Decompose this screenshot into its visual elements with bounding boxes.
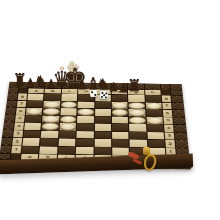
board-rim	[175, 132, 188, 139]
chess-pieces-row: ♛♜♟♞♟♛♚♟♝♞♟♟♜	[0, 0, 220, 110]
square-d4	[77, 123, 94, 130]
square-c3	[59, 131, 76, 138]
square-a2	[22, 138, 40, 146]
square-a1	[22, 146, 40, 154]
square-b3	[41, 130, 58, 137]
square-a5	[25, 115, 42, 122]
square-d2	[76, 139, 93, 147]
coord-rank-label: 1	[11, 146, 21, 154]
coord-rank-label: 3	[165, 132, 175, 139]
square-e5	[95, 116, 111, 123]
coord-rank-label: 3	[13, 130, 23, 137]
clasp-cord	[127, 151, 139, 160]
board-rim	[0, 154, 10, 160]
square-c5	[60, 116, 77, 123]
square-g4	[129, 124, 146, 131]
checker-piece	[146, 117, 163, 124]
coord-rank-label: 5	[163, 117, 173, 124]
square-e2	[94, 139, 111, 147]
coord-rank-label: 4	[164, 125, 174, 132]
square-a4	[24, 123, 41, 130]
square-f4	[112, 124, 129, 131]
die-pip	[101, 96, 103, 98]
board-rim	[173, 110, 186, 117]
square-d1	[76, 147, 93, 155]
square-c4	[59, 123, 76, 130]
die-pip	[94, 94, 96, 96]
board-rim	[0, 146, 11, 154]
board-rim	[1, 138, 12, 145]
clasp	[128, 146, 172, 178]
square-g6	[129, 109, 145, 116]
die-pip	[105, 96, 107, 98]
board-rim	[173, 117, 186, 124]
square-b1	[40, 146, 58, 154]
die-1	[90, 90, 98, 98]
checker-piece	[42, 123, 59, 130]
square-e3	[94, 131, 111, 138]
square-f5	[112, 116, 128, 123]
square-d5	[77, 116, 93, 123]
square-d3	[77, 131, 94, 138]
square-c2	[58, 138, 75, 146]
square-g3	[130, 132, 147, 139]
chess-piece-rook: ♜	[125, 78, 143, 94]
coord-rank-label: 4	[14, 122, 24, 129]
square-f6	[112, 109, 128, 116]
die-2	[100, 91, 109, 100]
square-f2	[112, 139, 129, 147]
square-f1	[112, 147, 129, 155]
checker-piece	[129, 109, 145, 116]
board-rim	[3, 122, 14, 129]
checker-piece	[112, 109, 128, 116]
square-f3	[112, 131, 129, 138]
square-e1	[94, 147, 111, 155]
square-g5	[129, 117, 146, 124]
square-b5	[42, 115, 59, 122]
coord-rank-label: 2	[12, 138, 22, 145]
board-rim	[175, 140, 188, 148]
square-h4	[147, 124, 164, 131]
board-rim	[174, 125, 187, 132]
board-rim	[2, 130, 13, 137]
clasp-hook-icon	[142, 153, 158, 172]
die-pip	[105, 92, 107, 94]
coord-rank-label: 6	[163, 110, 172, 117]
square-h5	[146, 117, 163, 124]
checker-piece	[60, 116, 77, 123]
square-b4	[42, 123, 59, 130]
square-c1	[58, 146, 75, 154]
square-b2	[40, 138, 57, 146]
square-e4	[94, 124, 111, 131]
die-pip	[91, 91, 93, 93]
square-h3	[147, 132, 164, 139]
square-h6	[146, 109, 163, 116]
checker-piece	[42, 115, 59, 122]
board-rim	[4, 115, 15, 122]
square-a3	[23, 130, 40, 137]
product-photo: abcdefgh8877665544332211abcdefgh ♛♜♟♞♟♛♚…	[0, 0, 220, 220]
checker-piece	[129, 117, 146, 124]
checker-piece	[59, 123, 76, 130]
coord-rank-label: 5	[15, 115, 25, 122]
cream-finial-icon	[71, 62, 74, 65]
